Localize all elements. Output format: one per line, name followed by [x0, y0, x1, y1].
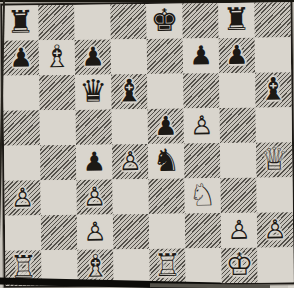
- square-g1[interactable]: ♔: [221, 248, 257, 283]
- square-c6[interactable]: ♛: [75, 74, 111, 109]
- black-pawn-piece: ♟: [82, 149, 106, 175]
- black-rook-piece: ♜: [222, 4, 250, 35]
- square-e5[interactable]: ♟: [148, 109, 184, 144]
- square-h8[interactable]: [254, 2, 290, 37]
- white-pawn-piece: ♙: [83, 184, 107, 210]
- square-h7[interactable]: [255, 37, 291, 72]
- square-g7[interactable]: ♟: [219, 38, 255, 73]
- square-b6[interactable]: [39, 75, 75, 110]
- scan-edge-top: [0, 0, 294, 2]
- square-c5[interactable]: [76, 109, 112, 144]
- square-b3[interactable]: [40, 180, 76, 215]
- square-c4[interactable]: ♟: [76, 144, 112, 179]
- white-pawn-piece: ♙: [227, 217, 251, 243]
- square-c2[interactable]: ♙: [77, 214, 113, 249]
- white-pawn-piece: ♙: [118, 148, 142, 174]
- square-d8[interactable]: [110, 4, 146, 39]
- black-pawn-piece: ♟: [81, 44, 105, 70]
- board-wrapper: ♜♚♜♟♗♟♟♟♛♝♝♟♙♟♙♞♕♙♙♘♙♙♙♖♗♖♔: [0, 0, 294, 288]
- square-h2[interactable]: ♙: [257, 212, 293, 247]
- white-bishop-piece: ♗: [43, 41, 71, 72]
- black-pawn-piece: ♟: [154, 113, 178, 139]
- square-d4[interactable]: ♙: [112, 144, 148, 179]
- square-e6[interactable]: [147, 74, 183, 109]
- square-e3[interactable]: [148, 179, 184, 214]
- square-b2[interactable]: [41, 215, 77, 250]
- square-d3[interactable]: [112, 179, 148, 214]
- square-a6[interactable]: [3, 75, 39, 110]
- square-f6[interactable]: [183, 73, 219, 108]
- square-f5[interactable]: ♙: [184, 108, 220, 143]
- square-e2[interactable]: [149, 214, 185, 249]
- square-d6[interactable]: ♝: [111, 74, 147, 109]
- square-f7[interactable]: ♟: [183, 38, 219, 73]
- square-a5[interactable]: [4, 110, 40, 145]
- black-rook-piece: ♜: [6, 6, 34, 37]
- square-d7[interactable]: [111, 39, 147, 74]
- square-h6[interactable]: ♝: [255, 72, 291, 107]
- square-h5[interactable]: [256, 107, 292, 142]
- white-bishop-piece: ♗: [81, 250, 109, 281]
- square-g3[interactable]: [220, 178, 256, 213]
- square-d1[interactable]: [113, 249, 149, 284]
- square-h3[interactable]: [256, 177, 292, 212]
- white-pawn-piece: ♙: [190, 112, 214, 138]
- square-g6[interactable]: [219, 73, 255, 108]
- square-b5[interactable]: [40, 110, 76, 145]
- black-pawn-piece: ♟: [225, 42, 249, 68]
- square-b4[interactable]: [40, 145, 76, 180]
- black-queen-piece: ♛: [79, 75, 107, 106]
- square-a4[interactable]: [4, 145, 40, 180]
- square-a8[interactable]: ♜: [2, 5, 38, 40]
- black-pawn-piece: ♟: [9, 44, 33, 70]
- white-pawn-piece: ♙: [263, 216, 287, 242]
- square-g2[interactable]: ♙: [221, 213, 257, 248]
- scan-smudge-bottom-light: [150, 283, 270, 288]
- square-h1[interactable]: [257, 247, 293, 282]
- square-c3[interactable]: ♙: [76, 179, 112, 214]
- square-e1[interactable]: ♖: [149, 249, 185, 284]
- black-pawn-piece: ♟: [189, 42, 213, 68]
- white-pawn-piece: ♙: [83, 219, 107, 245]
- square-g8[interactable]: ♜: [218, 3, 254, 38]
- square-b8[interactable]: [38, 5, 74, 40]
- square-e8[interactable]: ♚: [146, 4, 182, 39]
- black-bishop-piece: ♝: [259, 73, 287, 104]
- square-a2[interactable]: [5, 215, 41, 250]
- square-a7[interactable]: ♟: [3, 40, 39, 75]
- black-knight-piece: ♞: [152, 145, 180, 176]
- square-b7[interactable]: ♗: [39, 40, 75, 75]
- square-a3[interactable]: ♙: [4, 180, 40, 215]
- square-g5[interactable]: [220, 108, 256, 143]
- square-d5[interactable]: [112, 109, 148, 144]
- white-king-piece: ♔: [225, 249, 253, 280]
- square-f8[interactable]: [182, 3, 218, 38]
- square-e4[interactable]: ♞: [148, 144, 184, 179]
- square-f3[interactable]: ♘: [184, 178, 220, 213]
- square-f2[interactable]: [185, 213, 221, 248]
- square-e7[interactable]: [147, 39, 183, 74]
- chess-board[interactable]: ♜♚♜♟♗♟♟♟♛♝♝♟♙♟♙♞♕♙♙♘♙♙♙♖♗♖♔: [0, 0, 294, 288]
- square-f4[interactable]: [184, 143, 220, 178]
- square-f1[interactable]: [185, 248, 221, 283]
- square-c7[interactable]: ♟: [75, 39, 111, 74]
- black-bishop-piece: ♝: [115, 75, 143, 106]
- white-knight-piece: ♘: [189, 179, 217, 210]
- white-rook-piece: ♖: [153, 250, 181, 281]
- black-king-piece: ♚: [150, 5, 178, 36]
- square-g4[interactable]: [220, 143, 256, 178]
- white-pawn-piece: ♙: [11, 184, 35, 210]
- square-d2[interactable]: [113, 214, 149, 249]
- square-c8[interactable]: [74, 4, 110, 39]
- square-h4[interactable]: ♕: [256, 142, 292, 177]
- white-queen-piece: ♕: [260, 143, 288, 174]
